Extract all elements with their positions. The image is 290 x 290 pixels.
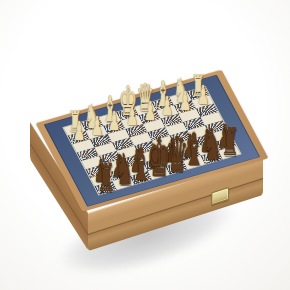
brass-clasp-icon <box>211 187 229 206</box>
chess-set-photo: ♜♞♝♛♚♝♞♜♟♟♟♟♟♟♟♟♟♟♟♟♟♟♟♟♜♞♝♛♚♝♞♜ <box>0 0 290 290</box>
